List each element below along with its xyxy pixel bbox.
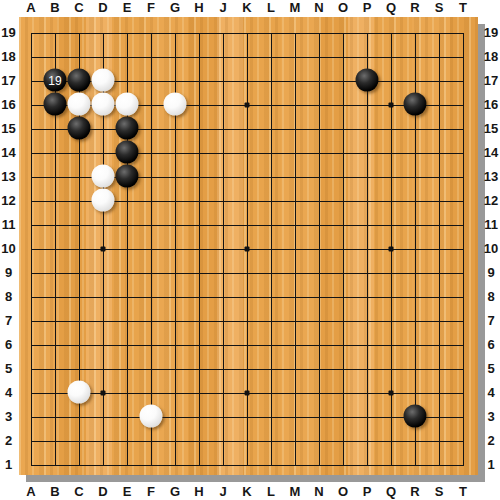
row-label-right-16: 16 bbox=[482, 98, 500, 112]
stone-black-R16 bbox=[404, 93, 427, 116]
row-label-left-16: 16 bbox=[0, 98, 17, 112]
row-label-left-4: 4 bbox=[0, 386, 17, 400]
row-label-left-13: 13 bbox=[0, 170, 17, 184]
col-label-bottom-F: F bbox=[139, 485, 163, 499]
stone-white-E16 bbox=[116, 93, 139, 116]
col-label-top-D: D bbox=[91, 1, 115, 15]
stone-black-B16 bbox=[44, 93, 67, 116]
row-label-left-3: 3 bbox=[0, 410, 17, 424]
col-label-bottom-S: S bbox=[427, 485, 451, 499]
row-label-right-9: 9 bbox=[482, 266, 500, 280]
row-label-left-10: 10 bbox=[0, 242, 17, 256]
row-label-right-14: 14 bbox=[482, 146, 500, 160]
col-label-bottom-Q: Q bbox=[379, 485, 403, 499]
row-label-left-14: 14 bbox=[0, 146, 17, 160]
col-label-bottom-L: L bbox=[259, 485, 283, 499]
col-label-top-C: C bbox=[67, 1, 91, 15]
col-label-bottom-E: E bbox=[115, 485, 139, 499]
col-label-top-J: J bbox=[211, 1, 235, 15]
star-point-Q16 bbox=[389, 103, 394, 108]
stone-black-C15 bbox=[68, 117, 91, 140]
row-label-right-15: 15 bbox=[482, 122, 500, 136]
col-label-bottom-P: P bbox=[355, 485, 379, 499]
row-label-left-19: 19 bbox=[0, 26, 17, 40]
col-label-bottom-B: B bbox=[43, 485, 67, 499]
stone-white-D17 bbox=[92, 69, 115, 92]
col-label-bottom-R: R bbox=[403, 485, 427, 499]
row-label-right-4: 4 bbox=[482, 386, 500, 400]
star-point-K16 bbox=[245, 103, 250, 108]
row-label-right-8: 8 bbox=[482, 290, 500, 304]
col-label-bottom-G: G bbox=[163, 485, 187, 499]
stone-black-E14 bbox=[116, 141, 139, 164]
col-label-top-G: G bbox=[163, 1, 187, 15]
stone-white-G16 bbox=[164, 93, 187, 116]
col-label-top-E: E bbox=[115, 1, 139, 15]
stone-black-E15 bbox=[116, 117, 139, 140]
col-label-top-Q: Q bbox=[379, 1, 403, 15]
row-label-left-17: 17 bbox=[0, 74, 17, 88]
stone-white-D12 bbox=[92, 189, 115, 212]
col-label-top-M: M bbox=[283, 1, 307, 15]
stone-black-P17 bbox=[356, 69, 379, 92]
row-label-right-6: 6 bbox=[482, 338, 500, 352]
col-label-top-L: L bbox=[259, 1, 283, 15]
row-label-left-1: 1 bbox=[0, 458, 17, 472]
col-label-top-R: R bbox=[403, 1, 427, 15]
star-point-D4 bbox=[101, 391, 106, 396]
stone-white-F3 bbox=[140, 405, 163, 428]
row-label-left-9: 9 bbox=[0, 266, 17, 280]
stone-black-R3 bbox=[404, 405, 427, 428]
star-point-K4 bbox=[245, 391, 250, 396]
stone-white-C4 bbox=[68, 381, 91, 404]
row-label-right-18: 18 bbox=[482, 50, 500, 64]
row-label-right-7: 7 bbox=[482, 314, 500, 328]
col-label-top-K: K bbox=[235, 1, 259, 15]
row-label-left-5: 5 bbox=[0, 362, 17, 376]
col-label-bottom-T: T bbox=[451, 485, 475, 499]
stone-white-D13 bbox=[92, 165, 115, 188]
stone-black-E13 bbox=[116, 165, 139, 188]
col-label-bottom-N: N bbox=[307, 485, 331, 499]
col-label-top-T: T bbox=[451, 1, 475, 15]
col-label-bottom-C: C bbox=[67, 485, 91, 499]
col-label-top-B: B bbox=[43, 1, 67, 15]
col-label-bottom-J: J bbox=[211, 485, 235, 499]
star-point-D10 bbox=[101, 247, 106, 252]
col-label-bottom-K: K bbox=[235, 485, 259, 499]
row-label-right-11: 11 bbox=[482, 218, 500, 232]
stone-white-C16 bbox=[68, 93, 91, 116]
row-label-right-17: 17 bbox=[482, 74, 500, 88]
col-label-top-N: N bbox=[307, 1, 331, 15]
row-label-left-2: 2 bbox=[0, 434, 17, 448]
col-label-top-H: H bbox=[187, 1, 211, 15]
row-label-left-11: 11 bbox=[0, 218, 17, 232]
row-label-right-5: 5 bbox=[482, 362, 500, 376]
stone-black-B17: 19 bbox=[44, 69, 67, 92]
stone-black-C17 bbox=[68, 69, 91, 92]
row-label-left-12: 12 bbox=[0, 194, 17, 208]
col-label-top-A: A bbox=[19, 1, 43, 15]
col-label-bottom-H: H bbox=[187, 485, 211, 499]
row-label-left-7: 7 bbox=[0, 314, 17, 328]
move-number-label: 19 bbox=[48, 74, 61, 86]
row-label-right-10: 10 bbox=[482, 242, 500, 256]
col-label-top-S: S bbox=[427, 1, 451, 15]
star-point-Q10 bbox=[389, 247, 394, 252]
row-label-left-15: 15 bbox=[0, 122, 17, 136]
col-label-bottom-O: O bbox=[331, 485, 355, 499]
row-label-right-19: 19 bbox=[482, 26, 500, 40]
row-label-right-3: 3 bbox=[482, 410, 500, 424]
col-label-bottom-A: A bbox=[19, 485, 43, 499]
row-label-left-6: 6 bbox=[0, 338, 17, 352]
col-label-top-P: P bbox=[355, 1, 379, 15]
go-app-screen: 19 AABBCCDDEEFFGGHHJJKKLLMMNNOOPPQQRRSST… bbox=[0, 0, 500, 500]
row-label-right-12: 12 bbox=[482, 194, 500, 208]
col-label-bottom-D: D bbox=[91, 485, 115, 499]
col-label-top-F: F bbox=[139, 1, 163, 15]
col-label-bottom-M: M bbox=[283, 485, 307, 499]
row-label-right-1: 1 bbox=[482, 458, 500, 472]
star-point-Q4 bbox=[389, 391, 394, 396]
row-label-right-13: 13 bbox=[482, 170, 500, 184]
col-label-top-O: O bbox=[331, 1, 355, 15]
row-label-left-8: 8 bbox=[0, 290, 17, 304]
row-label-left-18: 18 bbox=[0, 50, 17, 64]
star-point-K10 bbox=[245, 247, 250, 252]
stone-white-D16 bbox=[92, 93, 115, 116]
row-label-right-2: 2 bbox=[482, 434, 500, 448]
